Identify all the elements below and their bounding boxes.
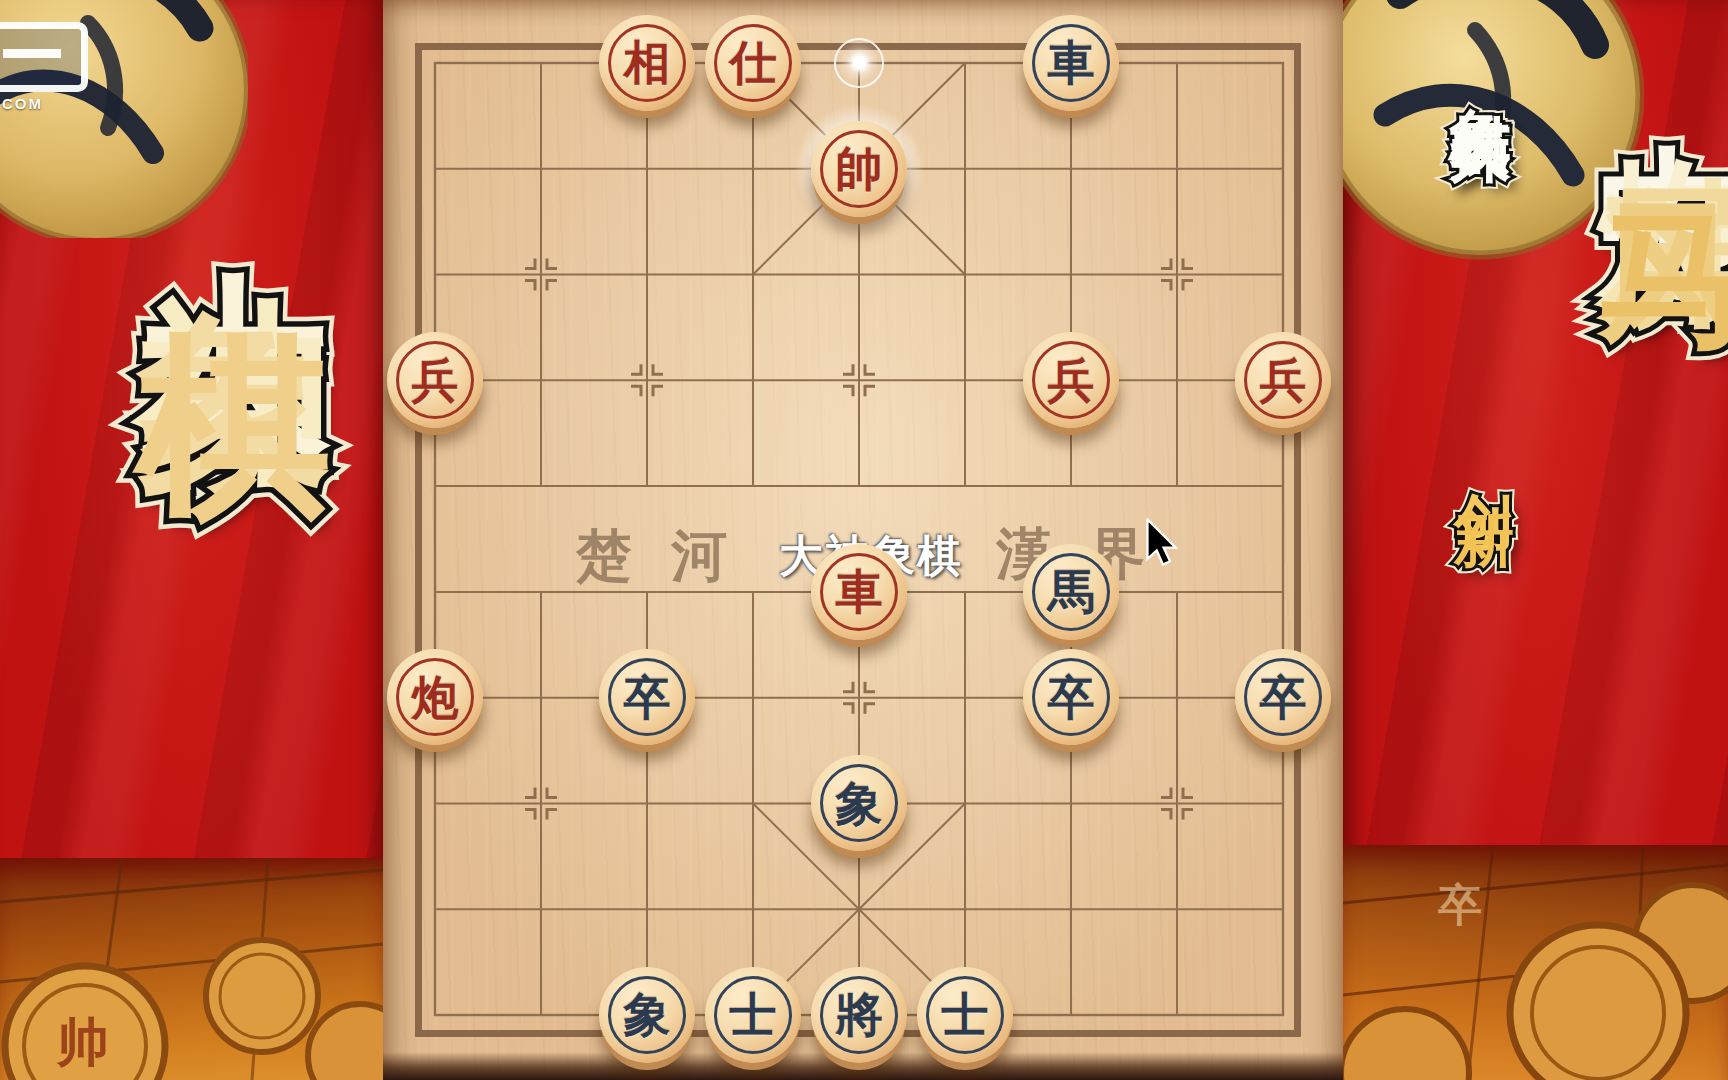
piece-red-兵[interactable]: 兵 <box>1018 327 1124 433</box>
left-photo-piece-char: 帅 <box>57 1016 109 1068</box>
right-banner: 卒 象棋大师象棋大师象棋大师 创新创新创新 中炮对屏风马中炮对屏风马中炮对屏风马 <box>1343 0 1728 1080</box>
last-move-origin-dot <box>806 10 912 116</box>
piece-red-車[interactable]: 車 <box>806 539 912 645</box>
left-bottom-board-photo: 帅 <box>0 858 383 1080</box>
piece-black-車[interactable]: 車 <box>1018 10 1124 116</box>
piece-red-炮[interactable]: 炮 <box>382 645 488 751</box>
site-logo-icon <box>0 22 88 92</box>
piece-black-卒[interactable]: 卒 <box>1018 645 1124 751</box>
piece-red-帥[interactable]: 帥 <box>806 116 912 222</box>
right-photo-board-char: 卒 <box>1438 883 1482 927</box>
piece-black-卒[interactable]: 卒 <box>594 645 700 751</box>
mouse-cursor-icon <box>1146 518 1180 566</box>
piece-red-兵[interactable]: 兵 <box>1230 327 1336 433</box>
piece-red-兵[interactable]: 兵 <box>382 327 488 433</box>
site-logo: COM <box>0 22 88 112</box>
piece-red-仕[interactable]: 仕 <box>700 10 806 116</box>
piece-black-象[interactable]: 象 <box>806 750 912 856</box>
left-banner: COM 帅 大神象棋大神象棋大神象棋 <box>0 0 383 1080</box>
right-bottom-board-photo: 卒 <box>1343 845 1728 1080</box>
piece-black-馬[interactable]: 馬 <box>1018 539 1124 645</box>
pieces-layer: 相仕車帥兵兵兵車馬炮卒卒卒象象士將士 <box>382 10 1336 1068</box>
piece-red-相[interactable]: 相 <box>594 10 700 116</box>
piece-black-卒[interactable]: 卒 <box>1230 645 1336 751</box>
site-logo-text: COM <box>0 95 88 112</box>
